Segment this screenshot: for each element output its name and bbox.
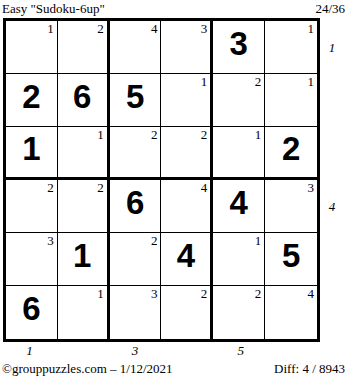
cell-r6c5[interactable]: 2 xyxy=(213,286,265,339)
corner-clue: 2 xyxy=(47,180,54,195)
cell-r5c2[interactable]: 1 xyxy=(58,233,110,286)
corner-clue: 1 xyxy=(201,74,208,89)
cell-r2c3[interactable]: 5 xyxy=(110,74,162,127)
header: Easy "Sudoku-6up" 24/36 xyxy=(0,0,347,18)
corner-clue: 3 xyxy=(47,233,54,248)
page-title: Easy "Sudoku-6up" xyxy=(2,2,105,16)
corner-clue: 3 xyxy=(201,21,208,36)
corner-clue: 2 xyxy=(255,286,262,301)
big-digit: 6 xyxy=(110,176,161,228)
cell-r6c2[interactable]: 1 xyxy=(58,286,110,339)
col-label-3: 3 xyxy=(132,344,139,358)
cell-r6c4[interactable]: 2 xyxy=(161,286,213,339)
cell-r3c4[interactable]: 2 xyxy=(161,127,213,180)
cell-r4c1[interactable]: 2 xyxy=(6,180,58,233)
corner-clue: 4 xyxy=(201,180,208,195)
cell-r1c5[interactable]: 3 xyxy=(213,21,265,74)
cell-r2c4[interactable]: 1 xyxy=(161,74,213,127)
footer: ©grouppuzzles.com – 1/12/2021 Diff: 4 / … xyxy=(2,361,345,376)
cell-r3c5[interactable]: 1 xyxy=(213,127,265,180)
copyright-text: ©grouppuzzles.com – 1/12/2021 xyxy=(2,361,173,376)
cell-r4c3[interactable]: 6 xyxy=(110,180,162,233)
corner-clue: 4 xyxy=(307,286,314,301)
cell-r1c2[interactable]: 2 xyxy=(58,21,110,74)
cell-r4c6[interactable]: 3 xyxy=(265,180,317,233)
big-digit: 4 xyxy=(213,176,264,228)
corner-clue: 1 xyxy=(255,127,262,142)
corner-clue: 2 xyxy=(97,180,104,195)
big-digit: 2 xyxy=(6,70,57,122)
cell-r1c6[interactable]: 1 xyxy=(265,21,317,74)
big-digit: 5 xyxy=(110,70,161,122)
cell-r6c3[interactable]: 3 xyxy=(110,286,162,339)
sudoku-board: 124331265121112212226443312415613224 xyxy=(3,18,320,342)
corner-clue: 4 xyxy=(151,21,158,36)
cell-r6c1[interactable]: 6 xyxy=(6,286,58,339)
corner-clue: 1 xyxy=(97,127,104,142)
corner-clue: 2 xyxy=(151,127,158,142)
cell-r5c3[interactable]: 2 xyxy=(110,233,162,286)
corner-clue: 2 xyxy=(255,74,262,89)
big-digit: 6 xyxy=(6,282,57,335)
row-label-4: 4 xyxy=(323,180,341,233)
corner-clue: 1 xyxy=(307,21,314,36)
cell-r3c3[interactable]: 2 xyxy=(110,127,162,180)
cell-r1c1[interactable]: 1 xyxy=(6,21,58,74)
corner-clue: 2 xyxy=(201,286,208,301)
big-digit: 4 xyxy=(161,229,210,281)
cell-r5c4[interactable]: 4 xyxy=(161,233,213,286)
big-digit: 1 xyxy=(58,229,107,281)
big-digit: 1 xyxy=(6,123,57,173)
big-digit: 3 xyxy=(213,17,264,69)
big-digit: 6 xyxy=(58,70,107,122)
cell-r1c4[interactable]: 3 xyxy=(161,21,213,74)
cell-r3c2[interactable]: 1 xyxy=(58,127,110,180)
cell-r6c6[interactable]: 4 xyxy=(265,286,317,339)
corner-clue: 1 xyxy=(97,286,104,301)
corner-clue: 2 xyxy=(201,127,208,142)
difficulty-text: Diff: 4 / 8943 xyxy=(274,361,345,376)
cell-r4c5[interactable]: 4 xyxy=(213,180,265,233)
corner-clue: 3 xyxy=(307,180,314,195)
cell-r4c2[interactable]: 2 xyxy=(58,180,110,233)
cell-r5c6[interactable]: 5 xyxy=(265,233,317,286)
cell-r3c6[interactable]: 2 xyxy=(265,127,317,180)
puzzle-counter: 24/36 xyxy=(315,2,345,16)
corner-clue: 1 xyxy=(307,74,314,89)
puzzle-page: Easy "Sudoku-6up" 24/36 1243312651211122… xyxy=(0,0,347,381)
cell-r5c5[interactable]: 1 xyxy=(213,233,265,286)
col-label-5: 5 xyxy=(238,344,245,358)
corner-clue: 1 xyxy=(47,21,54,36)
col-label-1: 1 xyxy=(26,344,33,358)
big-digit: 2 xyxy=(265,123,317,173)
cell-r2c2[interactable]: 6 xyxy=(58,74,110,127)
cell-r2c5[interactable]: 2 xyxy=(213,74,265,127)
board-wrap: 124331265121112212226443312415613224 14 xyxy=(3,18,320,342)
cell-r1c3[interactable]: 4 xyxy=(110,21,162,74)
cell-r5c1[interactable]: 3 xyxy=(6,233,58,286)
column-labels: 135 xyxy=(3,344,320,359)
cell-r3c1[interactable]: 1 xyxy=(6,127,58,180)
row-label-1: 1 xyxy=(323,21,341,74)
corner-clue: 2 xyxy=(151,233,158,248)
corner-clue: 1 xyxy=(255,233,262,248)
cell-r4c4[interactable]: 4 xyxy=(161,180,213,233)
cell-r2c1[interactable]: 2 xyxy=(6,74,58,127)
big-digit: 5 xyxy=(265,229,317,281)
corner-clue: 2 xyxy=(97,21,104,36)
corner-clue: 3 xyxy=(151,286,158,301)
cell-r2c6[interactable]: 1 xyxy=(265,74,317,127)
